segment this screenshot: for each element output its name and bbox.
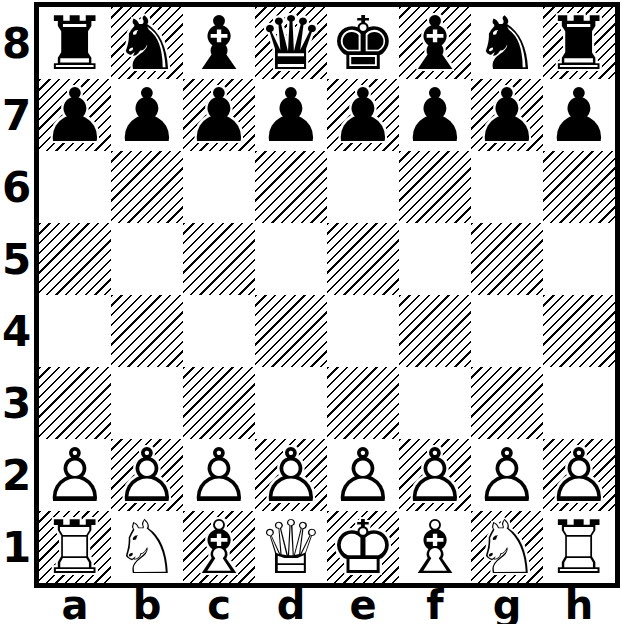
square-b2[interactable]: ♟♙ (111, 439, 183, 511)
square-e7[interactable]: ♟ (327, 79, 399, 151)
square-g3[interactable] (471, 367, 543, 439)
file-label-g: g (471, 586, 543, 624)
square-a1[interactable]: ♜♖ (39, 511, 111, 583)
square-c2[interactable]: ♟♙ (183, 439, 255, 511)
square-g2[interactable]: ♟♙ (471, 439, 543, 511)
chessboard-diagram: ♜♞♝♛♚♝♞♜♟♟♟♟♟♟♟♟♟♙♟♙♟♙♟♙♟♙♟♙♟♙♟♙♜♖♞♘♝♗♛♕… (0, 0, 624, 624)
white-king: ♔ (327, 511, 399, 583)
black-bishop: ♝ (399, 7, 471, 79)
white-rook: ♖ (543, 511, 615, 583)
square-d3[interactable] (255, 367, 327, 439)
square-f8[interactable]: ♝ (399, 7, 471, 79)
white-queen-fill: ♛ (255, 511, 327, 583)
white-pawn: ♙ (111, 439, 183, 511)
white-rook-fill: ♜ (543, 511, 615, 583)
square-g4[interactable] (471, 295, 543, 367)
white-rook: ♖ (39, 511, 111, 583)
square-c6[interactable] (183, 151, 255, 223)
square-b8[interactable]: ♞ (111, 7, 183, 79)
white-pawn-fill: ♟ (327, 439, 399, 511)
white-pawn: ♙ (255, 439, 327, 511)
black-queen: ♛ (255, 7, 327, 79)
square-h2[interactable]: ♟♙ (543, 439, 615, 511)
square-c8[interactable]: ♝ (183, 7, 255, 79)
square-f7[interactable]: ♟ (399, 79, 471, 151)
white-rook-fill: ♜ (39, 511, 111, 583)
black-knight: ♞ (471, 7, 543, 79)
square-f6[interactable] (399, 151, 471, 223)
white-pawn-fill: ♟ (471, 439, 543, 511)
rank-label-6: 6 (0, 151, 33, 223)
square-e8[interactable]: ♚ (327, 7, 399, 79)
square-b3[interactable] (111, 367, 183, 439)
rank-label-7: 7 (0, 79, 33, 151)
rank-label-8: 8 (0, 7, 33, 79)
black-pawn: ♟ (183, 79, 255, 151)
square-e4[interactable] (327, 295, 399, 367)
square-h4[interactable] (543, 295, 615, 367)
file-label-f: f (399, 586, 471, 624)
white-pawn: ♙ (39, 439, 111, 511)
square-a4[interactable] (39, 295, 111, 367)
white-pawn: ♙ (183, 439, 255, 511)
white-pawn-fill: ♟ (543, 439, 615, 511)
white-pawn: ♙ (399, 439, 471, 511)
square-c7[interactable]: ♟ (183, 79, 255, 151)
white-queen: ♕ (255, 511, 327, 583)
square-g8[interactable]: ♞ (471, 7, 543, 79)
white-bishop: ♗ (399, 511, 471, 583)
white-pawn-fill: ♟ (39, 439, 111, 511)
white-king-fill: ♚ (327, 511, 399, 583)
white-pawn-fill: ♟ (255, 439, 327, 511)
white-pawn-fill: ♟ (399, 439, 471, 511)
square-e2[interactable]: ♟♙ (327, 439, 399, 511)
chess-board: ♜♞♝♛♚♝♞♜♟♟♟♟♟♟♟♟♟♙♟♙♟♙♟♙♟♙♟♙♟♙♟♙♜♖♞♘♝♗♛♕… (34, 2, 620, 588)
white-knight: ♘ (471, 511, 543, 583)
square-f5[interactable] (399, 223, 471, 295)
black-pawn: ♟ (255, 79, 327, 151)
square-d4[interactable] (255, 295, 327, 367)
square-b7[interactable]: ♟ (111, 79, 183, 151)
black-knight: ♞ (111, 7, 183, 79)
square-e3[interactable] (327, 367, 399, 439)
rank-label-1: 1 (0, 511, 33, 583)
square-g5[interactable] (471, 223, 543, 295)
square-h8[interactable]: ♜ (543, 7, 615, 79)
square-d2[interactable]: ♟♙ (255, 439, 327, 511)
white-bishop-fill: ♝ (183, 511, 255, 583)
square-b5[interactable] (111, 223, 183, 295)
rank-label-5: 5 (0, 223, 33, 295)
file-label-c: c (183, 586, 255, 624)
square-a7[interactable]: ♟ (39, 79, 111, 151)
black-rook: ♜ (39, 7, 111, 79)
black-bishop: ♝ (183, 7, 255, 79)
square-e1[interactable]: ♚♔ (327, 511, 399, 583)
square-d7[interactable]: ♟ (255, 79, 327, 151)
black-king: ♚ (327, 7, 399, 79)
white-pawn-fill: ♟ (111, 439, 183, 511)
rank-label-2: 2 (0, 439, 33, 511)
square-g7[interactable]: ♟ (471, 79, 543, 151)
square-d8[interactable]: ♛ (255, 7, 327, 79)
black-pawn: ♟ (471, 79, 543, 151)
square-c1[interactable]: ♝♗ (183, 511, 255, 583)
square-e5[interactable] (327, 223, 399, 295)
square-a2[interactable]: ♟♙ (39, 439, 111, 511)
square-d6[interactable] (255, 151, 327, 223)
rank-label-4: 4 (0, 295, 33, 367)
white-pawn: ♙ (327, 439, 399, 511)
black-pawn: ♟ (111, 79, 183, 151)
square-a3[interactable] (39, 367, 111, 439)
black-pawn: ♟ (543, 79, 615, 151)
square-h7[interactable]: ♟ (543, 79, 615, 151)
black-pawn: ♟ (39, 79, 111, 151)
square-b1[interactable]: ♞♘ (111, 511, 183, 583)
square-b6[interactable] (111, 151, 183, 223)
square-g6[interactable] (471, 151, 543, 223)
square-a6[interactable] (39, 151, 111, 223)
white-knight-fill: ♞ (471, 511, 543, 583)
square-d1[interactable]: ♛♕ (255, 511, 327, 583)
square-h3[interactable] (543, 367, 615, 439)
square-g1[interactable]: ♞♘ (471, 511, 543, 583)
square-e6[interactable] (327, 151, 399, 223)
white-pawn: ♙ (543, 439, 615, 511)
square-c4[interactable] (183, 295, 255, 367)
square-f2[interactable]: ♟♙ (399, 439, 471, 511)
white-pawn: ♙ (471, 439, 543, 511)
white-knight: ♘ (111, 511, 183, 583)
square-b4[interactable] (111, 295, 183, 367)
white-bishop: ♗ (183, 511, 255, 583)
black-rook: ♜ (543, 7, 615, 79)
rank-label-3: 3 (0, 367, 33, 439)
square-f3[interactable] (399, 367, 471, 439)
file-label-h: h (543, 586, 615, 624)
square-f4[interactable] (399, 295, 471, 367)
square-a8[interactable]: ♜ (39, 7, 111, 79)
square-c3[interactable] (183, 367, 255, 439)
square-a5[interactable] (39, 223, 111, 295)
white-knight-fill: ♞ (111, 511, 183, 583)
file-label-d: d (255, 586, 327, 624)
file-label-a: a (39, 586, 111, 624)
black-pawn: ♟ (327, 79, 399, 151)
file-label-b: b (111, 586, 183, 624)
black-pawn: ♟ (399, 79, 471, 151)
white-bishop-fill: ♝ (399, 511, 471, 583)
square-h5[interactable] (543, 223, 615, 295)
square-f1[interactable]: ♝♗ (399, 511, 471, 583)
square-c5[interactable] (183, 223, 255, 295)
white-pawn-fill: ♟ (183, 439, 255, 511)
file-label-e: e (327, 586, 399, 624)
square-h1[interactable]: ♜♖ (543, 511, 615, 583)
square-h6[interactable] (543, 151, 615, 223)
square-d5[interactable] (255, 223, 327, 295)
